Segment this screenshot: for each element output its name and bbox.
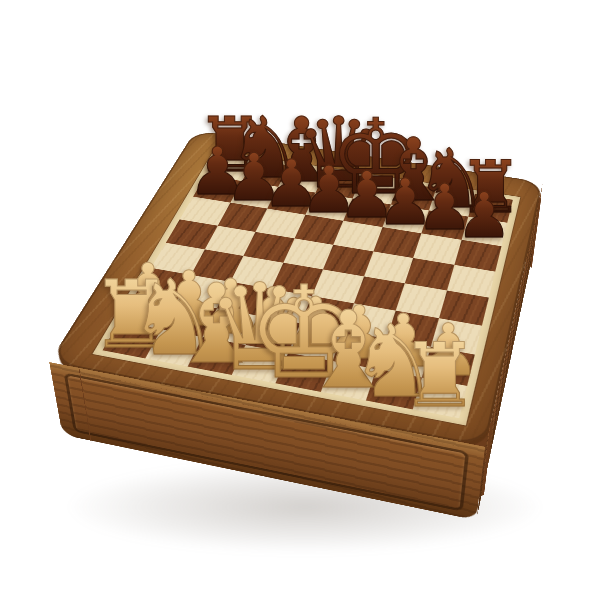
product-photo-stage: ♜♞♝♛♚♝♞♜♟♟♟♟♟♟♟♟♟♟♟♟♟♟♟♟♜♞♝♛♚♝♞♜	[0, 0, 600, 600]
piece-black-pawn[interactable]: ♟	[456, 185, 512, 247]
piece-white-rook[interactable]: ♜	[400, 332, 479, 420]
